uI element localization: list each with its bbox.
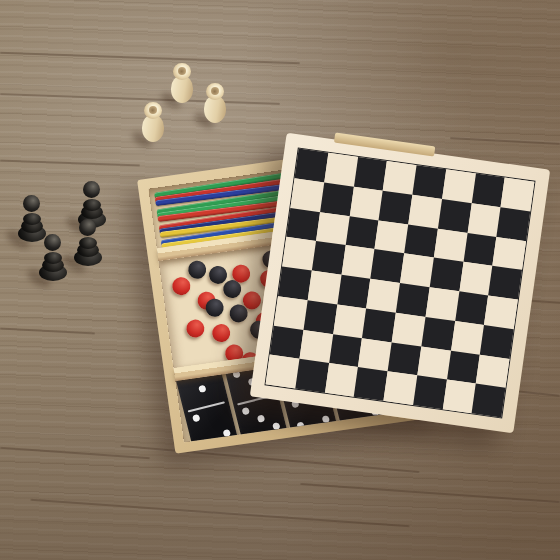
board-square-c2[interactable] xyxy=(329,334,363,368)
board-square-b1[interactable] xyxy=(295,359,329,393)
board-square-d3[interactable] xyxy=(362,308,396,342)
board-square-g3[interactable] xyxy=(451,321,485,355)
checker-piece-black[interactable] xyxy=(205,298,225,318)
domino-divider-line xyxy=(187,401,225,412)
board-square-c8[interactable] xyxy=(354,157,388,191)
pawn-top-rim xyxy=(206,83,224,100)
board-square-f7[interactable] xyxy=(438,199,472,233)
board-square-d2[interactable] xyxy=(358,338,392,372)
pawn-knob xyxy=(44,234,61,251)
board-square-b5[interactable] xyxy=(312,241,346,275)
board-square-e5[interactable] xyxy=(400,254,434,288)
board-square-c6[interactable] xyxy=(345,216,379,250)
board-square-e1[interactable] xyxy=(383,371,417,405)
board-square-d7[interactable] xyxy=(379,190,413,224)
pawn-knob xyxy=(79,219,96,236)
board-square-a5[interactable] xyxy=(282,237,316,271)
board-square-g8[interactable] xyxy=(471,173,505,207)
board-square-d1[interactable] xyxy=(354,367,388,401)
pawn-collar xyxy=(44,252,62,264)
pawn-collar xyxy=(23,213,41,225)
domino-pip xyxy=(272,422,280,430)
board-square-a3[interactable] xyxy=(274,296,308,330)
board-square-a7[interactable] xyxy=(290,178,324,212)
domino-pip xyxy=(242,407,250,415)
board-square-b7[interactable] xyxy=(320,182,354,216)
checker-piece-red[interactable] xyxy=(211,323,231,343)
checker-piece-red[interactable] xyxy=(171,276,191,296)
board-square-c4[interactable] xyxy=(337,275,371,309)
board-square-g2[interactable] xyxy=(446,350,480,384)
board-square-h2[interactable] xyxy=(476,354,510,388)
board-square-h8[interactable] xyxy=(501,178,535,212)
pawn-collar xyxy=(83,199,101,211)
board-square-e4[interactable] xyxy=(396,283,430,317)
pawn-knob xyxy=(83,181,100,198)
board-square-e8[interactable] xyxy=(412,165,446,199)
pawn-top-rim xyxy=(173,63,191,80)
pawn-collar xyxy=(79,237,97,249)
board-square-g4[interactable] xyxy=(455,291,489,325)
natural-wood-pawn-piece[interactable] xyxy=(201,83,229,123)
board-square-h4[interactable] xyxy=(484,295,518,329)
domino-pip xyxy=(257,414,265,422)
board-square-e2[interactable] xyxy=(388,342,422,376)
board-square-f8[interactable] xyxy=(442,169,476,203)
board-square-c3[interactable] xyxy=(333,304,367,338)
board-square-g7[interactable] xyxy=(467,203,501,237)
board-square-c7[interactable] xyxy=(349,186,383,220)
black-pawn-piece[interactable] xyxy=(71,218,105,266)
board-square-d6[interactable] xyxy=(375,220,409,254)
board-square-f1[interactable] xyxy=(413,376,447,410)
board-square-a6[interactable] xyxy=(286,208,320,242)
board-square-c1[interactable] xyxy=(325,363,359,397)
board-square-h3[interactable] xyxy=(480,325,514,359)
board-square-b6[interactable] xyxy=(316,212,350,246)
board-square-f5[interactable] xyxy=(429,258,463,292)
table-surface xyxy=(0,0,560,560)
board-square-b8[interactable] xyxy=(324,153,358,187)
board-square-e3[interactable] xyxy=(392,312,426,346)
pawn-body xyxy=(204,96,226,123)
board-square-f3[interactable] xyxy=(421,317,455,351)
board-square-b2[interactable] xyxy=(299,329,333,363)
checker-piece-black[interactable] xyxy=(187,260,207,280)
board-square-c5[interactable] xyxy=(341,245,375,279)
board-square-d5[interactable] xyxy=(371,249,405,283)
domino-pip xyxy=(192,414,200,422)
board-square-b3[interactable] xyxy=(303,300,337,334)
board-square-f2[interactable] xyxy=(417,346,451,380)
board-square-d8[interactable] xyxy=(383,161,417,195)
pawn-knob xyxy=(23,195,40,212)
board-square-h6[interactable] xyxy=(493,237,527,271)
board-square-a2[interactable] xyxy=(270,325,304,359)
board-square-f4[interactable] xyxy=(425,287,459,321)
checker-piece-red[interactable] xyxy=(185,318,205,338)
board-square-a1[interactable] xyxy=(266,355,300,389)
board-square-a4[interactable] xyxy=(278,266,312,300)
pawn-top-rim xyxy=(144,102,162,119)
domino-pip xyxy=(296,421,304,429)
pawn-body xyxy=(142,115,164,142)
board-square-h1[interactable] xyxy=(472,384,506,418)
natural-wood-pawn-piece[interactable] xyxy=(139,102,167,142)
board-square-g6[interactable] xyxy=(463,232,497,266)
board-square-d4[interactable] xyxy=(366,279,400,313)
domino-pip xyxy=(322,415,330,423)
pawn-body xyxy=(171,76,193,103)
board-square-g5[interactable] xyxy=(459,262,493,296)
board-square-e6[interactable] xyxy=(404,224,438,258)
board-lid[interactable] xyxy=(250,133,550,433)
board-square-f6[interactable] xyxy=(434,228,468,262)
board-square-h7[interactable] xyxy=(497,207,531,241)
natural-wood-pawn-piece[interactable] xyxy=(168,63,196,103)
domino-pip xyxy=(223,429,231,437)
board-square-a8[interactable] xyxy=(295,149,329,183)
domino-pip xyxy=(198,385,206,393)
board-square-g1[interactable] xyxy=(442,380,476,414)
board-square-h5[interactable] xyxy=(488,266,522,300)
board-square-b4[interactable] xyxy=(307,271,341,305)
board-square-e7[interactable] xyxy=(408,195,442,229)
checkerboard xyxy=(264,147,535,418)
